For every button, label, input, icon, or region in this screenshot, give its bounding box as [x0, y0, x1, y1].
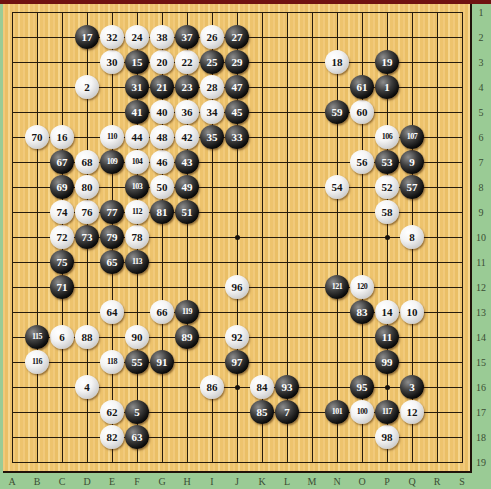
stone-black-33-J6: 33 — [225, 125, 249, 149]
grid-vline-N — [337, 12, 338, 463]
move-number: 82 — [107, 432, 118, 443]
move-number: 113 — [132, 258, 142, 266]
stone-white-54-N8: 54 — [325, 175, 349, 199]
stone-black-43-H7: 43 — [175, 150, 199, 174]
stone-white-64-E13: 64 — [100, 300, 124, 324]
row-label-12: 12 — [476, 282, 486, 293]
stone-black-41-F5: 41 — [125, 100, 149, 124]
row-label-14: 14 — [476, 332, 486, 343]
move-number: 64 — [107, 307, 118, 318]
col-label-S: S — [459, 476, 465, 487]
stone-white-46-G7: 46 — [150, 150, 174, 174]
move-number: 109 — [107, 158, 118, 166]
row-label-10: 10 — [476, 232, 486, 243]
move-number: 116 — [32, 358, 42, 366]
stone-white-42-H6: 42 — [175, 125, 199, 149]
col-label-H: H — [183, 476, 190, 487]
stone-black-67-C7: 67 — [50, 150, 74, 174]
stone-black-93-L16: 93 — [275, 375, 299, 399]
move-number: 99 — [382, 357, 393, 368]
move-number: 120 — [357, 283, 368, 291]
move-number: 118 — [107, 358, 117, 366]
move-number: 45 — [232, 107, 243, 118]
stone-black-63-F18: 63 — [125, 425, 149, 449]
stone-black-73-D10: 73 — [75, 225, 99, 249]
move-number: 101 — [332, 408, 343, 416]
stone-white-106-P6: 106 — [375, 125, 399, 149]
stone-black-115-B14: 115 — [25, 325, 49, 349]
move-number: 3 — [409, 382, 415, 393]
col-label-M: M — [308, 476, 317, 487]
stone-black-99-P15: 99 — [375, 350, 399, 374]
move-number: 58 — [382, 207, 393, 218]
move-number: 18 — [332, 57, 343, 68]
stone-black-37-H2: 37 — [175, 25, 199, 49]
row-label-1: 1 — [479, 7, 484, 18]
stone-white-50-G8: 50 — [150, 175, 174, 199]
stone-white-96-J12: 96 — [225, 275, 249, 299]
col-label-Q: Q — [408, 476, 415, 487]
stone-black-91-G15: 91 — [150, 350, 174, 374]
stone-white-100-O17: 100 — [350, 400, 374, 424]
col-label-P: P — [384, 476, 390, 487]
move-number: 44 — [132, 132, 143, 143]
move-number: 29 — [232, 57, 243, 68]
move-number: 23 — [182, 82, 193, 93]
move-number: 115 — [32, 333, 42, 341]
stone-white-18-N3: 18 — [325, 50, 349, 74]
move-number: 7 — [284, 407, 290, 418]
stone-white-38-G2: 38 — [150, 25, 174, 49]
stone-white-28-I4: 28 — [200, 75, 224, 99]
move-number: 72 — [57, 232, 68, 243]
stone-black-75-C11: 75 — [50, 250, 74, 274]
stone-white-76-D9: 76 — [75, 200, 99, 224]
stone-white-60-O5: 60 — [350, 100, 374, 124]
move-number: 42 — [182, 132, 193, 143]
col-label-O: O — [358, 476, 365, 487]
stone-white-36-H5: 36 — [175, 100, 199, 124]
stone-black-69-C8: 69 — [50, 175, 74, 199]
col-label-D: D — [83, 476, 90, 487]
move-number: 31 — [132, 82, 143, 93]
row-label-9: 9 — [479, 207, 484, 218]
move-number: 24 — [132, 32, 143, 43]
move-number: 14 — [382, 307, 393, 318]
col-label-K: K — [258, 476, 265, 487]
move-number: 25 — [207, 57, 218, 68]
stone-black-19-P3: 19 — [375, 50, 399, 74]
move-number: 60 — [357, 107, 368, 118]
stone-black-107-Q6: 107 — [400, 125, 424, 149]
move-number: 21 — [157, 82, 168, 93]
stone-white-90-F14: 90 — [125, 325, 149, 349]
stone-black-95-O16: 95 — [350, 375, 374, 399]
move-number: 1 — [384, 82, 390, 93]
move-number: 91 — [157, 357, 168, 368]
move-number: 79 — [107, 232, 118, 243]
move-number: 104 — [132, 158, 143, 166]
stone-white-74-C9: 74 — [50, 200, 74, 224]
stone-black-3-Q16: 3 — [400, 375, 424, 399]
move-number: 61 — [357, 82, 368, 93]
stone-white-82-E18: 82 — [100, 425, 124, 449]
star-point-P10 — [385, 235, 390, 240]
row-label-15: 15 — [476, 357, 486, 368]
stone-white-80-D8: 80 — [75, 175, 99, 199]
row-label-4: 4 — [479, 82, 484, 93]
stone-white-62-E17: 62 — [100, 400, 124, 424]
stone-white-8-Q10: 8 — [400, 225, 424, 249]
move-number: 92 — [232, 332, 243, 343]
stone-white-26-I2: 26 — [200, 25, 224, 49]
move-number: 68 — [82, 157, 93, 168]
stone-black-71-C12: 71 — [50, 275, 74, 299]
stone-black-11-P14: 11 — [375, 325, 399, 349]
stone-white-66-G13: 66 — [150, 300, 174, 324]
stone-black-81-G9: 81 — [150, 200, 174, 224]
move-number: 56 — [357, 157, 368, 168]
move-number: 10 — [407, 307, 418, 318]
stone-white-16-C6: 16 — [50, 125, 74, 149]
move-number: 73 — [82, 232, 93, 243]
stone-black-35-I6: 35 — [200, 125, 224, 149]
stone-black-47-J4: 47 — [225, 75, 249, 99]
move-number: 34 — [207, 107, 218, 118]
move-number: 93 — [282, 382, 293, 393]
column-coordinate-strip: ABCDEFGHIJKLMNOPQRS — [3, 473, 472, 489]
stone-black-89-H14: 89 — [175, 325, 199, 349]
row-label-11: 11 — [476, 257, 486, 268]
stone-white-24-F2: 24 — [125, 25, 149, 49]
move-number: 119 — [182, 308, 192, 316]
move-number: 86 — [207, 382, 218, 393]
stone-black-121-N12: 121 — [325, 275, 349, 299]
move-number: 26 — [207, 32, 218, 43]
move-number: 37 — [182, 32, 193, 43]
move-number: 40 — [157, 107, 168, 118]
stone-white-92-J14: 92 — [225, 325, 249, 349]
stone-white-88-D14: 88 — [75, 325, 99, 349]
col-label-I: I — [210, 476, 213, 487]
move-number: 74 — [57, 207, 68, 218]
col-label-E: E — [109, 476, 115, 487]
stone-white-14-P13: 14 — [375, 300, 399, 324]
stone-black-23-H4: 23 — [175, 75, 199, 99]
stone-black-83-O13: 83 — [350, 300, 374, 324]
stone-white-44-F6: 44 — [125, 125, 149, 149]
move-number: 53 — [382, 157, 393, 168]
move-number: 85 — [257, 407, 268, 418]
stone-white-110-E6: 110 — [100, 125, 124, 149]
move-number: 8 — [409, 232, 415, 243]
move-number: 41 — [132, 107, 143, 118]
stone-white-104-F7: 104 — [125, 150, 149, 174]
move-number: 59 — [332, 107, 343, 118]
row-label-13: 13 — [476, 307, 486, 318]
stone-black-5-F17: 5 — [125, 400, 149, 424]
row-label-5: 5 — [479, 107, 484, 118]
grid-vline-M — [312, 12, 313, 463]
stone-black-55-F15: 55 — [125, 350, 149, 374]
move-number: 95 — [357, 382, 368, 393]
stone-black-65-E11: 65 — [100, 250, 124, 274]
grid-hline-11 — [12, 262, 463, 263]
move-number: 110 — [107, 133, 117, 141]
stone-white-22-H3: 22 — [175, 50, 199, 74]
move-number: 103 — [132, 183, 143, 191]
stone-white-86-I16: 86 — [200, 375, 224, 399]
move-number: 9 — [409, 157, 415, 168]
move-number: 62 — [107, 407, 118, 418]
move-number: 51 — [182, 207, 193, 218]
move-number: 57 — [407, 182, 418, 193]
move-number: 107 — [407, 133, 418, 141]
move-number: 70 — [32, 132, 43, 143]
stone-black-31-F4: 31 — [125, 75, 149, 99]
col-label-B: B — [34, 476, 41, 487]
move-number: 81 — [157, 207, 168, 218]
stone-white-20-G3: 20 — [150, 50, 174, 74]
col-label-L: L — [284, 476, 290, 487]
stone-white-4-D16: 4 — [75, 375, 99, 399]
stone-white-30-E3: 30 — [100, 50, 124, 74]
stone-black-57-Q8: 57 — [400, 175, 424, 199]
move-number: 75 — [57, 257, 68, 268]
stone-white-32-E2: 32 — [100, 25, 124, 49]
stone-white-98-P18: 98 — [375, 425, 399, 449]
stone-black-79-E10: 79 — [100, 225, 124, 249]
move-number: 27 — [232, 32, 243, 43]
stone-black-61-O4: 61 — [350, 75, 374, 99]
move-number: 43 — [182, 157, 193, 168]
move-number: 84 — [257, 382, 268, 393]
move-number: 20 — [157, 57, 168, 68]
stone-white-112-F9: 112 — [125, 200, 149, 224]
stone-white-6-C14: 6 — [50, 325, 74, 349]
stone-black-25-I3: 25 — [200, 50, 224, 74]
stone-white-116-B15: 116 — [25, 350, 49, 374]
move-number: 2 — [84, 82, 90, 93]
move-number: 12 — [407, 407, 418, 418]
move-number: 67 — [57, 157, 68, 168]
stone-black-27-J2: 27 — [225, 25, 249, 49]
stone-white-34-I5: 34 — [200, 100, 224, 124]
col-label-R: R — [434, 476, 441, 487]
stone-black-1-P4: 1 — [375, 75, 399, 99]
col-label-A: A — [8, 476, 15, 487]
col-label-F: F — [134, 476, 140, 487]
move-number: 19 — [382, 57, 393, 68]
move-number: 121 — [332, 283, 343, 291]
move-number: 88 — [82, 332, 93, 343]
stone-white-70-B6: 70 — [25, 125, 49, 149]
move-number: 22 — [182, 57, 193, 68]
move-number: 28 — [207, 82, 218, 93]
move-number: 106 — [382, 133, 393, 141]
move-number: 78 — [132, 232, 143, 243]
stone-white-12-Q17: 12 — [400, 400, 424, 424]
stone-white-52-P8: 52 — [375, 175, 399, 199]
move-number: 48 — [157, 132, 168, 143]
go-kifu-screenshot: 1234567891011121415161718192021222324252… — [0, 0, 491, 489]
move-number: 35 — [207, 132, 218, 143]
stone-black-7-L17: 7 — [275, 400, 299, 424]
col-label-C: C — [59, 476, 66, 487]
stone-white-58-P9: 58 — [375, 200, 399, 224]
stone-black-59-N5: 59 — [325, 100, 349, 124]
stone-white-40-G5: 40 — [150, 100, 174, 124]
move-number: 66 — [157, 307, 168, 318]
col-label-G: G — [158, 476, 165, 487]
star-point-J10 — [235, 235, 240, 240]
move-number: 90 — [132, 332, 143, 343]
move-number: 47 — [232, 82, 243, 93]
stone-white-118-E15: 118 — [100, 350, 124, 374]
col-label-J: J — [235, 476, 239, 487]
move-number: 30 — [107, 57, 118, 68]
move-number: 112 — [132, 208, 142, 216]
stone-white-84-K16: 84 — [250, 375, 274, 399]
stone-black-119-H13: 119 — [175, 300, 199, 324]
move-number: 16 — [57, 132, 68, 143]
move-number: 77 — [107, 207, 118, 218]
grid-vline-S — [462, 12, 463, 463]
move-number: 49 — [182, 182, 193, 193]
star-point-P16 — [385, 385, 390, 390]
stone-black-117-P17: 117 — [375, 400, 399, 424]
row-label-8: 8 — [479, 182, 484, 193]
move-number: 96 — [232, 282, 243, 293]
stone-white-72-C10: 72 — [50, 225, 74, 249]
move-number: 54 — [332, 182, 343, 193]
move-number: 5 — [134, 407, 140, 418]
stone-black-97-J15: 97 — [225, 350, 249, 374]
stone-black-21-G4: 21 — [150, 75, 174, 99]
star-point-J16 — [235, 385, 240, 390]
row-label-16: 16 — [476, 382, 486, 393]
row-label-7: 7 — [479, 157, 484, 168]
move-number: 97 — [232, 357, 243, 368]
move-number: 83 — [357, 307, 368, 318]
col-label-N: N — [333, 476, 340, 487]
move-number: 38 — [157, 32, 168, 43]
move-number: 46 — [157, 157, 168, 168]
window-top-red-bar — [0, 0, 491, 4]
grid-hline-19 — [12, 462, 463, 463]
stone-white-120-O12: 120 — [350, 275, 374, 299]
stone-black-103-F8: 103 — [125, 175, 149, 199]
stone-white-10-Q13: 10 — [400, 300, 424, 324]
stone-black-29-J3: 29 — [225, 50, 249, 74]
stone-black-53-P7: 53 — [375, 150, 399, 174]
row-label-3: 3 — [479, 57, 484, 68]
move-number: 76 — [82, 207, 93, 218]
move-number: 36 — [182, 107, 193, 118]
move-number: 71 — [57, 282, 68, 293]
stone-white-68-D7: 68 — [75, 150, 99, 174]
move-number: 98 — [382, 432, 393, 443]
stone-white-56-O7: 56 — [350, 150, 374, 174]
move-number: 50 — [157, 182, 168, 193]
move-number: 89 — [182, 332, 193, 343]
row-label-18: 18 — [476, 432, 486, 443]
stone-black-113-F11: 113 — [125, 250, 149, 274]
row-label-19: 19 — [476, 457, 486, 468]
stone-black-101-N17: 101 — [325, 400, 349, 424]
move-number: 4 — [84, 382, 90, 393]
row-coordinate-strip: 12345678910111213141516171819 — [472, 4, 491, 471]
row-label-17: 17 — [476, 407, 486, 418]
move-number: 15 — [132, 57, 143, 68]
move-number: 11 — [382, 332, 392, 343]
stone-black-85-K17: 85 — [250, 400, 274, 424]
move-number: 52 — [382, 182, 393, 193]
move-number: 69 — [57, 182, 68, 193]
stone-black-49-H8: 49 — [175, 175, 199, 199]
move-number: 33 — [232, 132, 243, 143]
stone-black-45-J5: 45 — [225, 100, 249, 124]
go-board[interactable]: 1234567891011121415161718192021222324252… — [3, 4, 472, 473]
stone-black-17-D2: 17 — [75, 25, 99, 49]
move-number: 6 — [59, 332, 65, 343]
stone-white-48-G6: 48 — [150, 125, 174, 149]
row-label-2: 2 — [479, 32, 484, 43]
move-number: 32 — [107, 32, 118, 43]
stone-black-51-H9: 51 — [175, 200, 199, 224]
stone-black-77-E9: 77 — [100, 200, 124, 224]
move-number: 100 — [357, 408, 368, 416]
move-number: 55 — [132, 357, 143, 368]
move-number: 65 — [107, 257, 118, 268]
move-number: 17 — [82, 32, 93, 43]
move-number: 80 — [82, 182, 93, 193]
stone-white-2-D4: 2 — [75, 75, 99, 99]
stone-black-109-E7: 109 — [100, 150, 124, 174]
row-label-6: 6 — [479, 132, 484, 143]
stone-black-15-F3: 15 — [125, 50, 149, 74]
move-number: 117 — [382, 408, 392, 416]
grid-vline-R — [437, 12, 438, 463]
move-number: 63 — [132, 432, 143, 443]
stone-white-78-F10: 78 — [125, 225, 149, 249]
stone-black-9-Q7: 9 — [400, 150, 424, 174]
